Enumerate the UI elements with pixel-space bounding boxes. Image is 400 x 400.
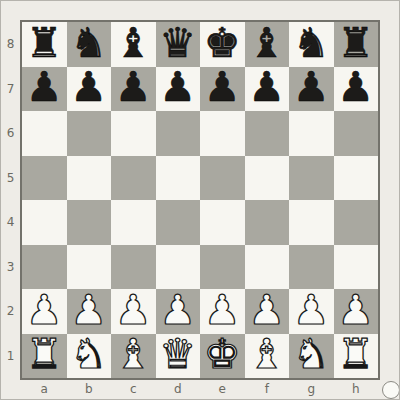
square-d4[interactable] xyxy=(156,200,201,245)
white-pawn[interactable]: ♟ xyxy=(204,290,241,331)
rank-label-2: 2 xyxy=(1,289,20,334)
square-b5[interactable] xyxy=(67,156,112,201)
square-b8[interactable]: ♞ xyxy=(67,22,112,67)
white-bishop[interactable]: ♝ xyxy=(248,334,285,375)
square-f1[interactable]: ♝ xyxy=(245,334,290,379)
file-label-g: g xyxy=(289,380,334,398)
white-king[interactable]: ♚ xyxy=(204,334,241,375)
white-pawn[interactable]: ♟ xyxy=(115,290,152,331)
square-h1[interactable]: ♜ xyxy=(334,334,379,379)
black-pawn[interactable]: ♟ xyxy=(70,67,107,108)
white-rook[interactable]: ♜ xyxy=(26,334,63,375)
black-rook[interactable]: ♜ xyxy=(26,23,63,64)
black-bishop[interactable]: ♝ xyxy=(248,23,285,64)
file-label-f: f xyxy=(245,380,290,398)
rank-label-3: 3 xyxy=(1,245,20,290)
white-pawn[interactable]: ♟ xyxy=(248,290,285,331)
white-rook[interactable]: ♜ xyxy=(337,334,374,375)
square-a8[interactable]: ♜ xyxy=(22,22,67,67)
square-a4[interactable] xyxy=(22,200,67,245)
black-knight[interactable]: ♞ xyxy=(70,23,107,64)
square-b3[interactable] xyxy=(67,245,112,290)
square-g8[interactable]: ♞ xyxy=(289,22,334,67)
square-e7[interactable]: ♟ xyxy=(200,67,245,112)
black-pawn[interactable]: ♟ xyxy=(26,67,63,108)
white-pawn[interactable]: ♟ xyxy=(293,290,330,331)
square-c5[interactable] xyxy=(111,156,156,201)
square-e6[interactable] xyxy=(200,111,245,156)
square-g5[interactable] xyxy=(289,156,334,201)
rank-label-1: 1 xyxy=(1,334,20,379)
white-pawn[interactable]: ♟ xyxy=(26,290,63,331)
square-d3[interactable] xyxy=(156,245,201,290)
black-pawn[interactable]: ♟ xyxy=(204,67,241,108)
square-f8[interactable]: ♝ xyxy=(245,22,290,67)
square-b4[interactable] xyxy=(67,200,112,245)
square-e1[interactable]: ♚ xyxy=(200,334,245,379)
black-pawn[interactable]: ♟ xyxy=(248,67,285,108)
square-h7[interactable]: ♟ xyxy=(334,67,379,112)
white-bishop[interactable]: ♝ xyxy=(115,334,152,375)
black-bishop[interactable]: ♝ xyxy=(115,23,152,64)
black-pawn[interactable]: ♟ xyxy=(115,67,152,108)
rank-label-8: 8 xyxy=(1,22,20,67)
chess-board-panel: 8 7 6 5 4 3 2 1 ♜♞♝♛♚♝♞♜♟♟♟♟♟♟♟♟♟♟♟♟♟♟♟♟… xyxy=(0,0,400,400)
square-h3[interactable] xyxy=(334,245,379,290)
white-queen[interactable]: ♛ xyxy=(159,334,196,375)
square-c1[interactable]: ♝ xyxy=(111,334,156,379)
rank-label-4: 4 xyxy=(1,200,20,245)
black-pawn[interactable]: ♟ xyxy=(337,67,374,108)
square-e3[interactable] xyxy=(200,245,245,290)
black-knight[interactable]: ♞ xyxy=(293,23,330,64)
square-b7[interactable]: ♟ xyxy=(67,67,112,112)
black-king[interactable]: ♚ xyxy=(204,23,241,64)
square-b6[interactable] xyxy=(67,111,112,156)
rank-label-7: 7 xyxy=(1,67,20,112)
square-c4[interactable] xyxy=(111,200,156,245)
square-b1[interactable]: ♞ xyxy=(67,334,112,379)
chess-board: ♜♞♝♛♚♝♞♜♟♟♟♟♟♟♟♟♟♟♟♟♟♟♟♟♜♞♝♛♚♝♞♜ xyxy=(20,20,380,380)
square-e4[interactable] xyxy=(200,200,245,245)
square-a2[interactable]: ♟ xyxy=(22,289,67,334)
square-b2[interactable]: ♟ xyxy=(67,289,112,334)
square-c7[interactable]: ♟ xyxy=(111,67,156,112)
square-g7[interactable]: ♟ xyxy=(289,67,334,112)
square-a3[interactable] xyxy=(22,245,67,290)
square-h6[interactable] xyxy=(334,111,379,156)
square-e8[interactable]: ♚ xyxy=(200,22,245,67)
square-e2[interactable]: ♟ xyxy=(200,289,245,334)
white-knight[interactable]: ♞ xyxy=(70,334,107,375)
square-f6[interactable] xyxy=(245,111,290,156)
square-c8[interactable]: ♝ xyxy=(111,22,156,67)
square-c2[interactable]: ♟ xyxy=(111,289,156,334)
square-d2[interactable]: ♟ xyxy=(156,289,201,334)
white-knight[interactable]: ♞ xyxy=(293,334,330,375)
white-pawn[interactable]: ♟ xyxy=(159,290,196,331)
square-e5[interactable] xyxy=(200,156,245,201)
square-h8[interactable]: ♜ xyxy=(334,22,379,67)
square-a7[interactable]: ♟ xyxy=(22,67,67,112)
square-f7[interactable]: ♟ xyxy=(245,67,290,112)
square-g6[interactable] xyxy=(289,111,334,156)
rank-labels: 8 7 6 5 4 3 2 1 xyxy=(1,22,20,378)
square-a1[interactable]: ♜ xyxy=(22,334,67,379)
square-c6[interactable] xyxy=(111,111,156,156)
black-rook[interactable]: ♜ xyxy=(337,23,374,64)
square-g1[interactable]: ♞ xyxy=(289,334,334,379)
side-to-move-indicator xyxy=(382,381,400,399)
white-pawn[interactable]: ♟ xyxy=(337,290,374,331)
square-g4[interactable] xyxy=(289,200,334,245)
file-label-d: d xyxy=(156,380,201,398)
file-labels: a b c d e f g h xyxy=(22,380,378,398)
white-pawn[interactable]: ♟ xyxy=(70,290,107,331)
file-label-h: h xyxy=(334,380,379,398)
square-f2[interactable]: ♟ xyxy=(245,289,290,334)
square-d1[interactable]: ♛ xyxy=(156,334,201,379)
square-g2[interactable]: ♟ xyxy=(289,289,334,334)
square-d7[interactable]: ♟ xyxy=(156,67,201,112)
square-a6[interactable] xyxy=(22,111,67,156)
black-pawn[interactable]: ♟ xyxy=(293,67,330,108)
square-d6[interactable] xyxy=(156,111,201,156)
square-f4[interactable] xyxy=(245,200,290,245)
square-f3[interactable] xyxy=(245,245,290,290)
square-h5[interactable] xyxy=(334,156,379,201)
file-label-a: a xyxy=(22,380,67,398)
file-label-c: c xyxy=(111,380,156,398)
black-pawn[interactable]: ♟ xyxy=(159,67,196,108)
file-label-b: b xyxy=(67,380,112,398)
rank-label-5: 5 xyxy=(1,156,20,201)
square-d5[interactable] xyxy=(156,156,201,201)
rank-label-6: 6 xyxy=(1,111,20,156)
square-c3[interactable] xyxy=(111,245,156,290)
black-queen[interactable]: ♛ xyxy=(159,23,196,64)
square-d8[interactable]: ♛ xyxy=(156,22,201,67)
square-h2[interactable]: ♟ xyxy=(334,289,379,334)
file-label-e: e xyxy=(200,380,245,398)
square-f5[interactable] xyxy=(245,156,290,201)
square-h4[interactable] xyxy=(334,200,379,245)
square-a5[interactable] xyxy=(22,156,67,201)
square-g3[interactable] xyxy=(289,245,334,290)
